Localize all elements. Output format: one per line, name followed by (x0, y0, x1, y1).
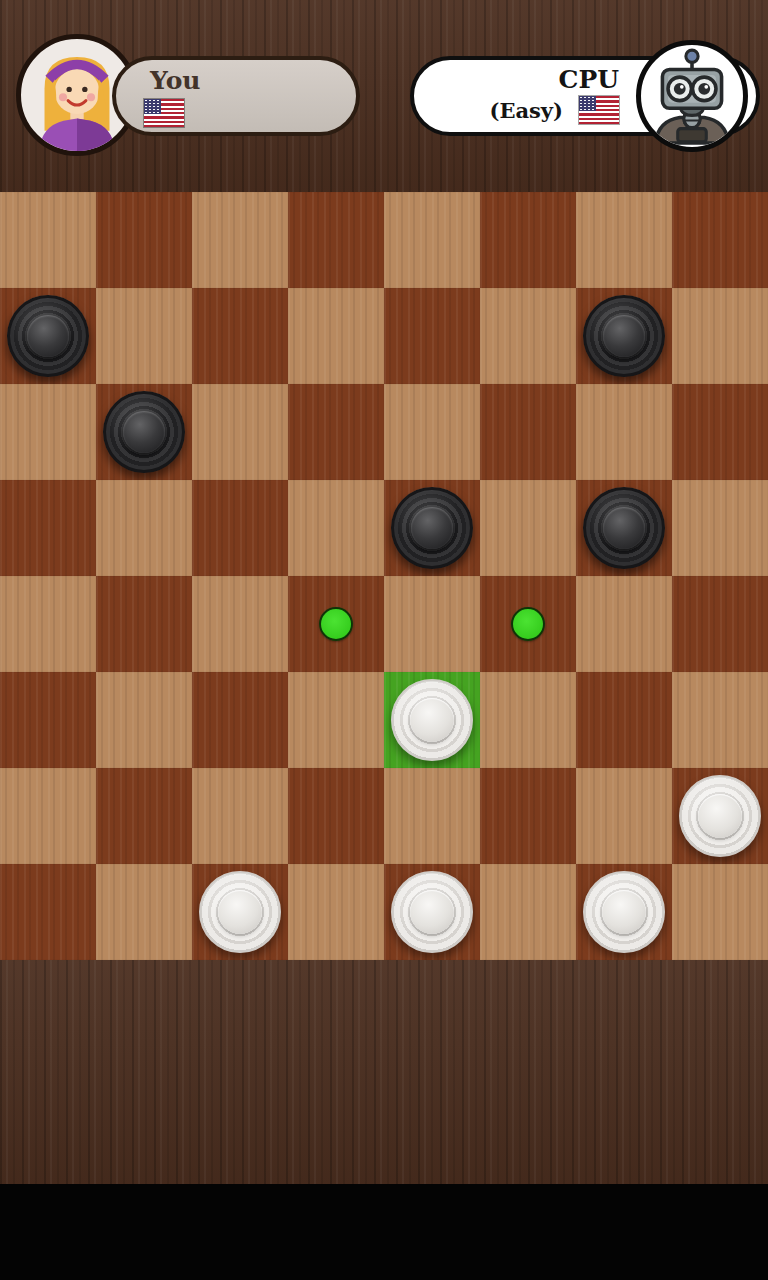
square-r5c7[interactable] (672, 672, 768, 768)
piece-dome (123, 411, 165, 453)
piece-dome (410, 698, 454, 742)
square-r7c0[interactable] (0, 864, 96, 960)
square-r5c5[interactable] (480, 672, 576, 768)
us-flag (579, 96, 619, 124)
move-hint-dot[interactable] (511, 607, 545, 641)
square-r7c1[interactable] (96, 864, 192, 960)
square-r1c1[interactable] (96, 288, 192, 384)
square-r5c0[interactable] (0, 672, 96, 768)
move-hint-dot[interactable] (319, 607, 353, 641)
checkers-app-screen: You CPU (Easy) (0, 0, 768, 1280)
square-r4c7[interactable] (672, 576, 768, 672)
square-r5c6[interactable] (576, 672, 672, 768)
square-r5c1[interactable] (96, 672, 192, 768)
square-r2c3[interactable] (288, 384, 384, 480)
piece-dome (218, 890, 262, 934)
square-r5c4[interactable] (384, 672, 480, 768)
player-plate-you: You (112, 56, 360, 136)
square-r0c3[interactable] (288, 192, 384, 288)
square-r6c1[interactable] (96, 768, 192, 864)
square-r2c5[interactable] (480, 384, 576, 480)
square-r0c6[interactable] (576, 192, 672, 288)
square-r2c6[interactable] (576, 384, 672, 480)
square-r5c2[interactable] (192, 672, 288, 768)
square-r4c5[interactable] (480, 576, 576, 672)
white-piece[interactable] (199, 871, 281, 953)
square-r6c4[interactable] (384, 768, 480, 864)
square-r7c6[interactable] (576, 864, 672, 960)
square-r3c0[interactable] (0, 480, 96, 576)
us-flag (144, 99, 184, 127)
piece-dome (602, 890, 646, 934)
square-r3c3[interactable] (288, 480, 384, 576)
square-r1c5[interactable] (480, 288, 576, 384)
board (0, 192, 768, 960)
white-piece[interactable] (391, 871, 473, 953)
square-r0c0[interactable] (0, 192, 96, 288)
black-piece[interactable] (103, 391, 185, 473)
square-r1c6[interactable] (576, 288, 672, 384)
square-r7c4[interactable] (384, 864, 480, 960)
black-piece[interactable] (583, 487, 665, 569)
square-r2c4[interactable] (384, 384, 480, 480)
player-name: You (150, 68, 346, 94)
square-r2c1[interactable] (96, 384, 192, 480)
square-r4c4[interactable] (384, 576, 480, 672)
cpu-difficulty: (Easy) (489, 98, 563, 123)
piece-dome (603, 315, 645, 357)
square-r0c4[interactable] (384, 192, 480, 288)
white-piece[interactable] (583, 871, 665, 953)
square-r2c0[interactable] (0, 384, 96, 480)
black-piece[interactable] (7, 295, 89, 377)
robot-avatar (641, 45, 743, 147)
white-piece[interactable] (679, 775, 761, 857)
square-r6c7[interactable] (672, 768, 768, 864)
square-r4c2[interactable] (192, 576, 288, 672)
square-r5c3[interactable] (288, 672, 384, 768)
square-r1c4[interactable] (384, 288, 480, 384)
square-r1c0[interactable] (0, 288, 96, 384)
square-r4c3[interactable] (288, 576, 384, 672)
square-r3c5[interactable] (480, 480, 576, 576)
square-r3c4[interactable] (384, 480, 480, 576)
android-nav-bar (0, 1184, 768, 1280)
square-r1c3[interactable] (288, 288, 384, 384)
square-r6c2[interactable] (192, 768, 288, 864)
square-r0c7[interactable] (672, 192, 768, 288)
square-r6c6[interactable] (576, 768, 672, 864)
square-r3c7[interactable] (672, 480, 768, 576)
cpu-avatar (636, 40, 748, 152)
piece-dome (698, 794, 742, 838)
square-r2c2[interactable] (192, 384, 288, 480)
square-r3c2[interactable] (192, 480, 288, 576)
black-piece[interactable] (391, 487, 473, 569)
piece-dome (603, 507, 645, 549)
square-r7c3[interactable] (288, 864, 384, 960)
square-r1c2[interactable] (192, 288, 288, 384)
square-r3c1[interactable] (96, 480, 192, 576)
square-r0c2[interactable] (192, 192, 288, 288)
cpu-name: CPU (434, 66, 619, 94)
square-r4c6[interactable] (576, 576, 672, 672)
square-r2c7[interactable] (672, 384, 768, 480)
piece-dome (410, 890, 454, 934)
piece-dome (411, 507, 453, 549)
square-r6c0[interactable] (0, 768, 96, 864)
selected-white-piece[interactable] (391, 679, 473, 761)
square-r7c5[interactable] (480, 864, 576, 960)
header: You CPU (Easy) (0, 0, 768, 192)
square-r0c1[interactable] (96, 192, 192, 288)
square-r7c2[interactable] (192, 864, 288, 960)
square-r3c6[interactable] (576, 480, 672, 576)
square-r1c7[interactable] (672, 288, 768, 384)
square-r6c5[interactable] (480, 768, 576, 864)
piece-dome (27, 315, 69, 357)
square-r4c0[interactable] (0, 576, 96, 672)
bottom-toolbar: Quit (0, 960, 768, 1184)
square-r7c7[interactable] (672, 864, 768, 960)
square-r0c5[interactable] (480, 192, 576, 288)
square-r4c1[interactable] (96, 576, 192, 672)
square-r6c3[interactable] (288, 768, 384, 864)
black-piece[interactable] (583, 295, 665, 377)
